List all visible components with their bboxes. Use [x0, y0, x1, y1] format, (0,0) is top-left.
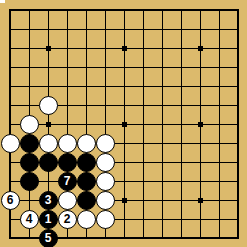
black-stone[interactable]: 3: [39, 191, 58, 210]
move-number-label: 1: [45, 213, 52, 225]
white-stone[interactable]: [58, 191, 77, 210]
black-stone[interactable]: 5: [39, 229, 58, 247]
black-stone[interactable]: [39, 153, 58, 172]
move-number-label: 3: [45, 194, 52, 206]
white-stone[interactable]: 6: [1, 191, 20, 210]
white-stone[interactable]: [96, 210, 115, 229]
black-stone[interactable]: [20, 134, 39, 153]
black-stone[interactable]: 7: [58, 172, 77, 191]
white-stone[interactable]: 4: [20, 210, 39, 229]
white-stone[interactable]: [20, 115, 39, 134]
move-number-label: 7: [64, 175, 71, 187]
black-stone[interactable]: [20, 153, 39, 172]
white-stone[interactable]: [1, 134, 20, 153]
black-stone[interactable]: [77, 172, 96, 191]
white-stone[interactable]: [77, 210, 96, 229]
black-stone[interactable]: [20, 172, 39, 191]
black-stone[interactable]: 1: [39, 210, 58, 229]
black-stone[interactable]: [77, 191, 96, 210]
white-stone[interactable]: [96, 153, 115, 172]
go-diagram: 7634125: [0, 0, 247, 247]
move-number-label: 2: [64, 213, 71, 225]
white-stone[interactable]: [96, 191, 115, 210]
white-stone[interactable]: [58, 134, 77, 153]
white-stone[interactable]: [39, 134, 58, 153]
white-stone[interactable]: 2: [58, 210, 77, 229]
white-stone[interactable]: [77, 134, 96, 153]
black-stone[interactable]: [58, 153, 77, 172]
move-number-label: 6: [7, 194, 14, 206]
move-number-label: 4: [26, 213, 33, 225]
white-stone[interactable]: [96, 172, 115, 191]
black-stone[interactable]: [77, 153, 96, 172]
white-stone[interactable]: [39, 96, 58, 115]
window-corner-artifact: [0, 0, 5, 3]
move-number-label: 5: [45, 232, 52, 244]
white-stone[interactable]: [96, 134, 115, 153]
